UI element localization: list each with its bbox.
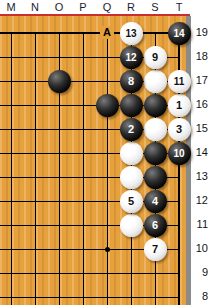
star-point-Q10 [105, 247, 110, 252]
stone-S13[interactable] [144, 166, 167, 189]
move-14-stone-T19[interactable]: 14 [168, 22, 191, 45]
move-3-stone-T15[interactable]: 3 [168, 118, 191, 141]
stone-R14[interactable] [120, 142, 143, 165]
move-11-stone-T17[interactable]: 11 [168, 70, 191, 93]
move-5-stone-R12[interactable]: 5 [120, 190, 143, 213]
grid-line-col-Q [107, 32, 108, 305]
grid-line-row-19 [0, 32, 180, 34]
stone-S17[interactable] [144, 70, 167, 93]
grid-line-col-P [83, 32, 84, 305]
stone-S15[interactable] [144, 118, 167, 141]
stone-Q16[interactable] [96, 94, 119, 117]
stone-R11[interactable] [120, 214, 143, 237]
move-10-stone-T14[interactable]: 10 [168, 142, 191, 165]
move-13-stone-R19[interactable]: 13 [120, 22, 143, 45]
go-diagram: MNOPQRST 1918171615141312111098 A1234567… [0, 0, 212, 305]
board-label-A: A [100, 26, 114, 39]
move-8-stone-R17[interactable]: 8 [120, 70, 143, 93]
board-overlay: A1234567891011121314 [0, 0, 212, 305]
grid-line-row-8 [0, 297, 180, 298]
stone-R13[interactable] [120, 166, 143, 189]
move-6-stone-S11[interactable]: 6 [144, 214, 167, 237]
move-12-stone-R18[interactable]: 12 [120, 46, 143, 69]
move-1-stone-T16[interactable]: 1 [168, 94, 191, 117]
move-2-stone-R15[interactable]: 2 [120, 118, 143, 141]
grid-line-col-M [11, 32, 12, 305]
stone-S14[interactable] [144, 142, 167, 165]
grid-line-row-9 [0, 273, 180, 274]
stone-O17[interactable] [48, 70, 71, 93]
move-9-stone-S18[interactable]: 9 [144, 46, 167, 69]
stone-R16[interactable] [120, 94, 143, 117]
move-7-stone-S10[interactable]: 7 [144, 238, 167, 261]
move-4-stone-S12[interactable]: 4 [144, 190, 167, 213]
stone-S16[interactable] [144, 94, 167, 117]
grid-line-col-N [35, 32, 36, 305]
